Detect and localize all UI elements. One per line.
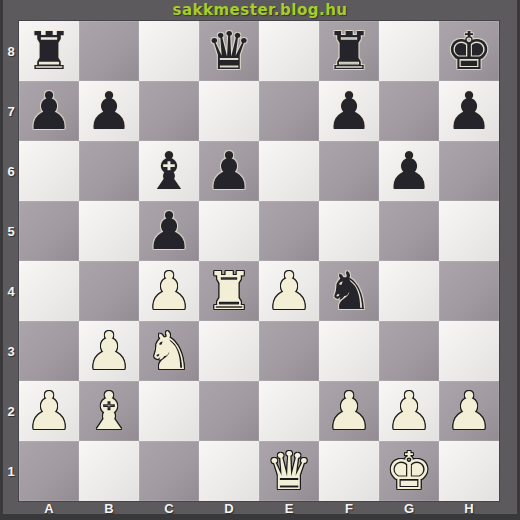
square-g5 [379,201,439,261]
white-rook-d4: ♜ [206,261,253,321]
square-b4 [79,261,139,321]
square-d4: ♜ [199,261,259,321]
square-g6: ♟ [379,141,439,201]
square-b7: ♟ [79,81,139,141]
black-knight-f4: ♞ [326,261,373,321]
square-f4: ♞ [319,261,379,321]
chess-board: ♜♛♜♚♟♟♟♟♝♟♟♟♟♜♟♞♟♞♟♝♟♟♟♛♚ [19,21,499,501]
rank-label-5: 5 [3,201,19,261]
square-e6 [259,141,319,201]
white-pawn-e4: ♟ [266,261,313,321]
file-label-e: E [259,501,319,516]
black-pawn-f7: ♟ [326,81,373,141]
square-h7: ♟ [439,81,499,141]
square-e7 [259,81,319,141]
black-pawn-h7: ♟ [446,81,493,141]
square-h8: ♚ [439,21,499,81]
black-pawn-c5: ♟ [146,201,193,261]
file-label-c: C [139,501,199,516]
square-e3 [259,321,319,381]
square-g1: ♚ [379,441,439,501]
square-d6: ♟ [199,141,259,201]
rank-label-6: 6 [3,141,19,201]
square-f2: ♟ [319,381,379,441]
square-g4 [379,261,439,321]
black-rook-f8: ♜ [326,21,373,81]
square-d1 [199,441,259,501]
file-labels: ABCDEFGH [19,501,499,516]
square-e5 [259,201,319,261]
square-h2: ♟ [439,381,499,441]
file-label-a: A [19,501,79,516]
rank-label-2: 2 [3,381,19,441]
file-label-b: B [79,501,139,516]
black-pawn-d6: ♟ [206,141,253,201]
black-king-h8: ♚ [446,21,493,81]
square-b8 [79,21,139,81]
square-a5 [19,201,79,261]
white-pawn-g2: ♟ [386,381,433,441]
file-label-h: H [439,501,499,516]
square-a8: ♜ [19,21,79,81]
square-h4 [439,261,499,321]
square-f1 [319,441,379,501]
white-pawn-b3: ♟ [86,321,133,381]
square-c2 [139,381,199,441]
black-pawn-g6: ♟ [386,141,433,201]
square-g3 [379,321,439,381]
square-b5 [79,201,139,261]
square-b3: ♟ [79,321,139,381]
square-e4: ♟ [259,261,319,321]
square-c6: ♝ [139,141,199,201]
square-c7 [139,81,199,141]
square-c5: ♟ [139,201,199,261]
square-f3 [319,321,379,381]
square-f8: ♜ [319,21,379,81]
square-c1 [139,441,199,501]
square-f6 [319,141,379,201]
square-b1 [79,441,139,501]
file-label-d: D [199,501,259,516]
black-pawn-b7: ♟ [86,81,133,141]
rank-label-3: 3 [3,321,19,381]
square-g2: ♟ [379,381,439,441]
file-label-f: F [319,501,379,516]
chess-diagram: sakkmester.blog.hu 87654321 ♜♛♜♚♟♟♟♟♝♟♟♟… [0,0,520,520]
square-d7 [199,81,259,141]
rank-labels: 87654321 [3,21,19,501]
white-queen-e1: ♛ [266,441,313,501]
square-g7 [379,81,439,141]
black-pawn-a7: ♟ [26,81,73,141]
square-h5 [439,201,499,261]
square-h3 [439,321,499,381]
white-pawn-h2: ♟ [446,381,493,441]
square-f7: ♟ [319,81,379,141]
file-label-g: G [379,501,439,516]
square-d8: ♛ [199,21,259,81]
white-pawn-a2: ♟ [26,381,73,441]
square-e1: ♛ [259,441,319,501]
square-a6 [19,141,79,201]
black-queen-d8: ♛ [206,21,253,81]
rank-label-1: 1 [3,441,19,501]
square-e2 [259,381,319,441]
square-d3 [199,321,259,381]
square-b2: ♝ [79,381,139,441]
square-a7: ♟ [19,81,79,141]
square-c8 [139,21,199,81]
white-pawn-c4: ♟ [146,261,193,321]
rank-label-4: 4 [3,261,19,321]
square-a1 [19,441,79,501]
square-c4: ♟ [139,261,199,321]
square-a2: ♟ [19,381,79,441]
white-bishop-b2: ♝ [86,381,133,441]
square-d2 [199,381,259,441]
square-b6 [79,141,139,201]
square-f5 [319,201,379,261]
black-bishop-c6: ♝ [146,141,193,201]
square-h6 [439,141,499,201]
white-knight-c3: ♞ [146,321,193,381]
rank-label-7: 7 [3,81,19,141]
square-a3 [19,321,79,381]
square-d5 [199,201,259,261]
square-h1 [439,441,499,501]
white-pawn-f2: ♟ [326,381,373,441]
square-a4 [19,261,79,321]
square-e8 [259,21,319,81]
square-g8 [379,21,439,81]
square-c3: ♞ [139,321,199,381]
black-rook-a8: ♜ [26,21,73,81]
white-king-g1: ♚ [386,441,433,501]
site-watermark: sakkmester.blog.hu [0,1,520,19]
rank-label-8: 8 [3,21,19,81]
